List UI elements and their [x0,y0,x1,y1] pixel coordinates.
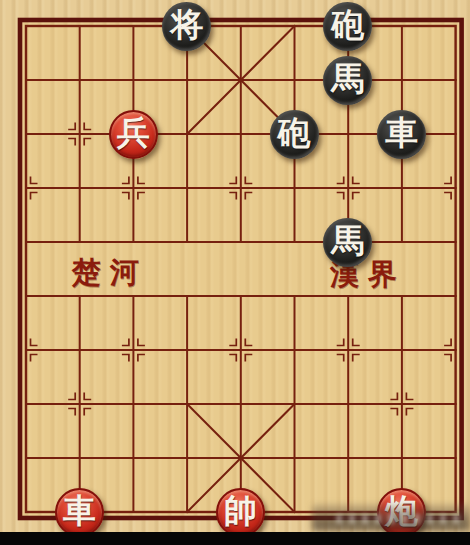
piece-glyph: 兵 [117,111,150,156]
letterbox-bar [0,532,470,545]
piece-red-general[interactable]: 帥 [216,488,265,537]
piece-glyph: 車 [385,111,418,156]
piece-black-horse-1[interactable]: 馬 [323,56,372,105]
piece-red-pawn[interactable]: 兵 [109,110,158,159]
watermark-smudge-text [336,514,464,524]
piece-glyph: 帥 [224,489,257,534]
piece-black-cannon-2[interactable]: 砲 [270,110,319,159]
piece-glyph: 砲 [278,111,311,156]
piece-glyph: 将 [170,3,203,48]
piece-glyph: 馬 [331,57,364,102]
piece-black-general[interactable]: 将 [162,2,211,51]
piece-black-cannon-1[interactable]: 砲 [323,2,372,51]
pieces-layer[interactable]: 将砲馬砲車馬兵車帥炮 [0,0,470,539]
xiangqi-board: 楚河 漢界 将砲馬砲車馬兵車帥炮 [0,0,470,545]
piece-glyph: 車 [63,489,96,534]
piece-glyph: 馬 [331,219,364,264]
piece-glyph: 砲 [331,3,364,48]
piece-red-chariot[interactable]: 車 [55,488,104,537]
piece-black-horse-2[interactable]: 馬 [323,218,372,267]
piece-black-chariot[interactable]: 車 [377,110,426,159]
